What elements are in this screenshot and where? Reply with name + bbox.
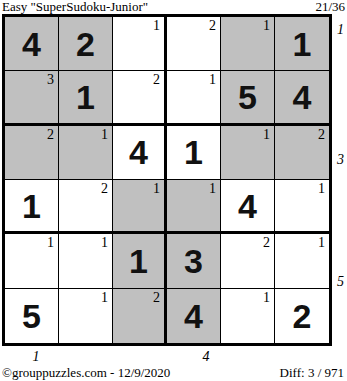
corner-mark: 1 xyxy=(47,235,54,250)
given-digit: 4 xyxy=(22,27,41,61)
corner-mark: 2 xyxy=(263,235,270,250)
corner-mark: 1 xyxy=(318,235,325,250)
col-label-4: 4 xyxy=(203,349,210,364)
cell-r4c5[interactable]: 4 xyxy=(221,180,275,234)
cell-r2c2[interactable]: 1 xyxy=(59,71,113,125)
cell-r1c6[interactable]: 1 xyxy=(275,17,329,71)
cell-r2c4[interactable]: 1 xyxy=(167,71,221,125)
corner-mark: 1 xyxy=(101,127,108,142)
cell-r4c6[interactable]: 1 xyxy=(275,180,329,234)
cell-r1c3[interactable]: 1 xyxy=(113,17,167,71)
cell-r6c5[interactable]: 1 xyxy=(221,289,275,343)
cell-r5c3[interactable]: 1 xyxy=(113,234,167,288)
copyright-text: ©grouppuzzles.com - 12/9/2020 xyxy=(2,365,170,380)
corner-mark: 1 xyxy=(263,290,270,305)
corner-mark: 1 xyxy=(263,18,270,33)
given-digit: 5 xyxy=(238,80,257,114)
row-label-5: 5 xyxy=(337,274,344,289)
cell-r3c4[interactable]: 1 xyxy=(167,126,221,180)
row-label-3: 3 xyxy=(337,152,344,167)
cell-r4c2[interactable]: 2 xyxy=(59,180,113,234)
cell-r1c4[interactable]: 2 xyxy=(167,17,221,71)
cell-r4c1[interactable]: 1 xyxy=(5,180,59,234)
cell-r5c4[interactable]: 3 xyxy=(167,234,221,288)
corner-mark: 2 xyxy=(101,181,108,196)
givens-counter: 21/36 xyxy=(315,0,345,14)
given-digit: 4 xyxy=(129,135,148,169)
given-digit: 3 xyxy=(184,244,203,278)
corner-mark: 2 xyxy=(153,290,160,305)
given-digit: 2 xyxy=(293,299,312,333)
cell-r6c2[interactable]: 1 xyxy=(59,289,113,343)
cell-r5c5[interactable]: 2 xyxy=(221,234,275,288)
corner-mark: 1 xyxy=(209,72,216,87)
cell-r6c4[interactable]: 4 xyxy=(167,289,221,343)
corner-mark: 1 xyxy=(153,181,160,196)
cell-r6c6[interactable]: 2 xyxy=(275,289,329,343)
cell-r4c4[interactable]: 1 xyxy=(167,180,221,234)
row-label-1: 1 xyxy=(337,22,344,37)
cell-r2c1[interactable]: 3 xyxy=(5,71,59,125)
cell-r3c6[interactable]: 2 xyxy=(275,126,329,180)
cell-r1c2[interactable]: 2 xyxy=(59,17,113,71)
given-digit: 1 xyxy=(293,27,312,61)
corner-mark: 2 xyxy=(209,18,216,33)
corner-mark: 1 xyxy=(153,18,160,33)
corner-mark: 1 xyxy=(101,235,108,250)
puzzle-page: Easy "SuperSudoku-Junior" 21/36 42121131… xyxy=(0,0,347,381)
corner-mark: 3 xyxy=(47,72,54,87)
difficulty-text: Diff: 3 / 971 xyxy=(280,365,344,380)
cell-r5c6[interactable]: 1 xyxy=(275,234,329,288)
cell-r6c3[interactable]: 2 xyxy=(113,289,167,343)
puzzle-title: Easy "SuperSudoku-Junior" xyxy=(2,0,148,14)
corner-mark: 2 xyxy=(318,127,325,142)
given-digit: 2 xyxy=(76,27,95,61)
given-digit: 1 xyxy=(129,244,148,278)
cell-r3c2[interactable]: 1 xyxy=(59,126,113,180)
given-digit: 4 xyxy=(184,299,203,333)
cell-r2c5[interactable]: 5 xyxy=(221,71,275,125)
given-digit: 1 xyxy=(184,135,203,169)
cell-r5c2[interactable]: 1 xyxy=(59,234,113,288)
cell-r3c3[interactable]: 4 xyxy=(113,126,167,180)
sudoku-board: 421211312154214112121141111321512412 xyxy=(2,14,332,346)
cell-r1c1[interactable]: 4 xyxy=(5,17,59,71)
given-digit: 4 xyxy=(238,189,257,223)
given-digit: 1 xyxy=(76,80,95,114)
corner-mark: 1 xyxy=(318,181,325,196)
cell-r3c5[interactable]: 1 xyxy=(221,126,275,180)
corner-mark: 1 xyxy=(263,127,270,142)
corner-mark: 2 xyxy=(47,127,54,142)
cell-r1c5[interactable]: 1 xyxy=(221,17,275,71)
corner-mark: 1 xyxy=(209,181,216,196)
cell-r2c6[interactable]: 4 xyxy=(275,71,329,125)
cell-r4c3[interactable]: 1 xyxy=(113,180,167,234)
given-digit: 1 xyxy=(22,189,41,223)
col-label-1: 1 xyxy=(33,349,40,364)
corner-mark: 1 xyxy=(101,290,108,305)
corner-mark: 2 xyxy=(153,72,160,87)
given-digit: 5 xyxy=(22,299,41,333)
given-digit: 4 xyxy=(293,80,312,114)
cell-r5c1[interactable]: 1 xyxy=(5,234,59,288)
cell-r3c1[interactable]: 2 xyxy=(5,126,59,180)
cell-r6c1[interactable]: 5 xyxy=(5,289,59,343)
cell-r2c3[interactable]: 2 xyxy=(113,71,167,125)
